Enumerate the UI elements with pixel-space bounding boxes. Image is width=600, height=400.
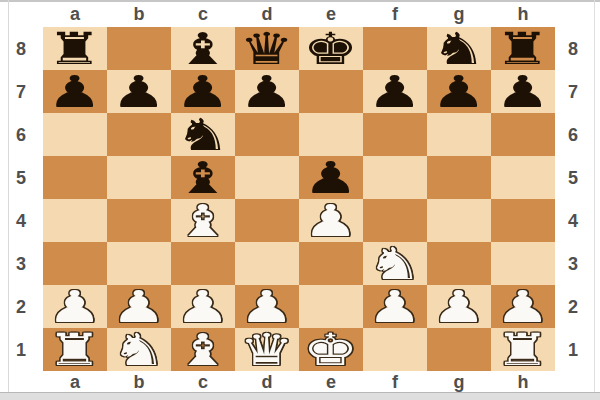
rank-label-1: 1 xyxy=(555,328,591,371)
square-g7[interactable]: ♟ xyxy=(427,70,491,113)
square-b2[interactable]: ♟ xyxy=(107,285,171,328)
file-labels-bottom: abcdefgh xyxy=(43,371,555,392)
square-b7[interactable]: ♟ xyxy=(107,70,171,113)
square-b1[interactable]: ♞ xyxy=(107,328,171,371)
rank-label-2: 2 xyxy=(0,285,42,328)
square-f4[interactable] xyxy=(363,199,427,242)
chess-board-screenshot: abcdefgh 87654321 ♜♝♛♚♞♜♟♟♟♟♟♟♟♞♝♟♝♟♞♟♟♟… xyxy=(0,0,600,400)
square-f5[interactable] xyxy=(363,156,427,199)
square-c8[interactable]: ♝ xyxy=(171,27,235,70)
rank-label-7: 7 xyxy=(0,70,42,113)
square-d1[interactable]: ♛ xyxy=(235,328,299,371)
square-f1[interactable] xyxy=(363,328,427,371)
rank-label-3: 3 xyxy=(555,242,591,285)
rank-label-1: 1 xyxy=(0,328,42,371)
square-e4[interactable]: ♟ xyxy=(299,199,363,242)
rank-label-2: 2 xyxy=(555,285,591,328)
square-e5[interactable]: ♟ xyxy=(299,156,363,199)
piece-white-knight[interactable]: ♞ xyxy=(367,242,422,285)
square-c1[interactable]: ♝ xyxy=(171,328,235,371)
file-label-b: b xyxy=(107,1,171,27)
square-f7[interactable]: ♟ xyxy=(363,70,427,113)
piece-black-pawn[interactable]: ♟ xyxy=(367,70,422,113)
square-e7[interactable] xyxy=(299,70,363,113)
piece-white-pawn[interactable]: ♟ xyxy=(175,285,230,328)
rank-label-8: 8 xyxy=(0,27,42,70)
piece-black-pawn[interactable]: ♟ xyxy=(303,156,358,199)
square-c6[interactable]: ♞ xyxy=(171,113,235,156)
piece-white-pawn[interactable]: ♟ xyxy=(431,285,486,328)
square-c5[interactable]: ♝ xyxy=(171,156,235,199)
rank-label-5: 5 xyxy=(555,156,591,199)
square-f2[interactable]: ♟ xyxy=(363,285,427,328)
square-g5[interactable] xyxy=(427,156,491,199)
square-b3[interactable] xyxy=(107,242,171,285)
square-b8[interactable] xyxy=(107,27,171,70)
piece-black-pawn[interactable]: ♟ xyxy=(239,70,294,113)
square-e2[interactable] xyxy=(299,285,363,328)
piece-black-knight[interactable]: ♞ xyxy=(431,27,486,70)
file-label-h: h xyxy=(491,371,555,392)
square-d3[interactable] xyxy=(235,242,299,285)
square-a5[interactable] xyxy=(43,156,107,199)
square-g2[interactable]: ♟ xyxy=(427,285,491,328)
piece-black-pawn[interactable]: ♟ xyxy=(47,70,102,113)
square-a2[interactable]: ♟ xyxy=(43,285,107,328)
square-h1[interactable]: ♜ xyxy=(491,328,555,371)
square-e6[interactable] xyxy=(299,113,363,156)
square-e8[interactable]: ♚ xyxy=(299,27,363,70)
rank-label-7: 7 xyxy=(555,70,591,113)
square-f8[interactable] xyxy=(363,27,427,70)
square-g8[interactable]: ♞ xyxy=(427,27,491,70)
rank-labels-right: 87654321 xyxy=(555,27,591,371)
square-d5[interactable] xyxy=(235,156,299,199)
piece-black-pawn[interactable]: ♟ xyxy=(111,70,166,113)
square-a7[interactable]: ♟ xyxy=(43,70,107,113)
piece-white-pawn[interactable]: ♟ xyxy=(367,285,422,328)
square-g3[interactable] xyxy=(427,242,491,285)
rank-label-6: 6 xyxy=(555,113,591,156)
square-a1[interactable]: ♜ xyxy=(43,328,107,371)
square-e1[interactable]: ♚ xyxy=(299,328,363,371)
piece-white-bishop[interactable]: ♝ xyxy=(175,199,230,242)
piece-white-pawn[interactable]: ♟ xyxy=(303,199,358,242)
file-label-f: f xyxy=(363,371,427,392)
file-label-f: f xyxy=(363,1,427,27)
rank-label-8: 8 xyxy=(555,27,591,70)
square-c3[interactable] xyxy=(171,242,235,285)
piece-white-king[interactable]: ♚ xyxy=(303,328,358,371)
piece-white-rook[interactable]: ♜ xyxy=(47,328,102,371)
square-d8[interactable]: ♛ xyxy=(235,27,299,70)
file-label-e: e xyxy=(299,371,363,392)
piece-black-queen[interactable]: ♛ xyxy=(239,27,294,70)
file-label-a: a xyxy=(43,371,107,392)
rank-label-3: 3 xyxy=(0,242,42,285)
square-b5[interactable] xyxy=(107,156,171,199)
square-b6[interactable] xyxy=(107,113,171,156)
piece-black-bishop[interactable]: ♝ xyxy=(175,27,230,70)
piece-black-king[interactable]: ♚ xyxy=(303,27,358,70)
piece-white-queen[interactable]: ♛ xyxy=(239,328,294,371)
square-d4[interactable] xyxy=(235,199,299,242)
square-g1[interactable] xyxy=(427,328,491,371)
chess-board[interactable]: ♜♝♛♚♞♜♟♟♟♟♟♟♟♞♝♟♝♟♞♟♟♟♟♟♟♟♜♞♝♛♚♜ xyxy=(43,27,555,371)
square-h3[interactable] xyxy=(491,242,555,285)
square-a4[interactable] xyxy=(43,199,107,242)
square-h4[interactable] xyxy=(491,199,555,242)
square-c2[interactable]: ♟ xyxy=(171,285,235,328)
square-h8[interactable]: ♜ xyxy=(491,27,555,70)
file-label-b: b xyxy=(107,371,171,392)
square-a8[interactable]: ♜ xyxy=(43,27,107,70)
rank-label-4: 4 xyxy=(555,199,591,242)
frame-right-border xyxy=(594,0,595,392)
piece-black-knight[interactable]: ♞ xyxy=(175,113,230,156)
square-e3[interactable] xyxy=(299,242,363,285)
piece-white-pawn[interactable]: ♟ xyxy=(239,285,294,328)
file-label-g: g xyxy=(427,371,491,392)
square-a3[interactable] xyxy=(43,242,107,285)
square-h6[interactable] xyxy=(491,113,555,156)
file-label-d: d xyxy=(235,371,299,392)
piece-white-knight[interactable]: ♞ xyxy=(111,328,166,371)
square-h2[interactable]: ♟ xyxy=(491,285,555,328)
rank-labels-left: 87654321 xyxy=(0,27,42,371)
square-c7[interactable]: ♟ xyxy=(171,70,235,113)
piece-white-pawn[interactable]: ♟ xyxy=(47,285,102,328)
square-b4[interactable] xyxy=(107,199,171,242)
piece-white-bishop[interactable]: ♝ xyxy=(175,328,230,371)
square-h7[interactable]: ♟ xyxy=(491,70,555,113)
square-g4[interactable] xyxy=(427,199,491,242)
square-d6[interactable] xyxy=(235,113,299,156)
square-h5[interactable] xyxy=(491,156,555,199)
square-d7[interactable]: ♟ xyxy=(235,70,299,113)
bottom-gray-strip xyxy=(0,392,600,400)
piece-black-bishop[interactable]: ♝ xyxy=(175,156,230,199)
piece-black-pawn[interactable]: ♟ xyxy=(495,70,550,113)
piece-black-rook[interactable]: ♜ xyxy=(495,27,550,70)
piece-black-pawn[interactable]: ♟ xyxy=(431,70,486,113)
piece-black-rook[interactable]: ♜ xyxy=(47,27,102,70)
square-f3[interactable]: ♞ xyxy=(363,242,427,285)
square-c4[interactable]: ♝ xyxy=(171,199,235,242)
piece-white-pawn[interactable]: ♟ xyxy=(495,285,550,328)
file-label-c: c xyxy=(171,371,235,392)
rank-label-6: 6 xyxy=(0,113,42,156)
square-a6[interactable] xyxy=(43,113,107,156)
rank-label-4: 4 xyxy=(0,199,42,242)
piece-black-pawn[interactable]: ♟ xyxy=(175,70,230,113)
square-g6[interactable] xyxy=(427,113,491,156)
piece-white-rook[interactable]: ♜ xyxy=(495,328,550,371)
square-d2[interactable]: ♟ xyxy=(235,285,299,328)
piece-white-pawn[interactable]: ♟ xyxy=(111,285,166,328)
square-f6[interactable] xyxy=(363,113,427,156)
rank-label-5: 5 xyxy=(0,156,42,199)
